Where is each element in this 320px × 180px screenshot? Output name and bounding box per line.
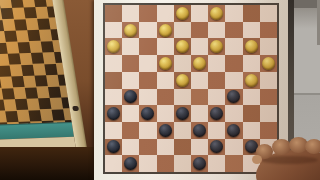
hand-knuckle [305, 139, 320, 154]
square-r3c7[interactable] [225, 55, 242, 72]
yellow-man [210, 40, 223, 53]
square-r6c6[interactable] [208, 105, 225, 122]
square-r7c2[interactable] [139, 122, 156, 139]
square-r5c5[interactable] [191, 89, 208, 106]
yellow-man [107, 40, 120, 53]
square-r5c3[interactable] [157, 89, 174, 106]
yellow-man [176, 7, 189, 20]
black-man [124, 157, 137, 170]
wooden-shelf-shadow [0, 147, 96, 180]
black-man [124, 90, 137, 103]
square-r3c5[interactable] [191, 55, 208, 72]
square-r4c6[interactable] [208, 72, 225, 89]
square-r2c1[interactable] [122, 38, 139, 55]
square-r9c1[interactable] [122, 155, 139, 172]
square-r9c0[interactable] [105, 155, 122, 172]
square-r3c8[interactable] [243, 55, 260, 72]
yellow-man [245, 74, 258, 87]
square-r0c3[interactable] [157, 5, 174, 22]
yellow-man [159, 57, 172, 70]
square-r6c5[interactable] [191, 105, 208, 122]
square-r2c8[interactable] [243, 38, 260, 55]
square-r7c3[interactable] [157, 122, 174, 139]
square-r2c0[interactable] [105, 38, 122, 55]
square-r4c5[interactable] [191, 72, 208, 89]
square-r5c2[interactable] [139, 89, 156, 106]
photo-stage [0, 0, 320, 180]
square-r4c9[interactable] [260, 72, 277, 89]
square-r2c6[interactable] [208, 38, 225, 55]
square-r2c7[interactable] [225, 38, 242, 55]
square-r5c8[interactable] [243, 89, 260, 106]
square-r3c6[interactable] [208, 55, 225, 72]
black-man [227, 90, 240, 103]
square-r6c2[interactable] [139, 105, 156, 122]
square-r2c5[interactable] [191, 38, 208, 55]
square-r2c3[interactable] [157, 38, 174, 55]
square-r4c7[interactable] [225, 72, 242, 89]
square-r4c2[interactable] [139, 72, 156, 89]
square-r3c2[interactable] [139, 55, 156, 72]
square-r1c8[interactable] [243, 22, 260, 39]
square-r8c4[interactable] [174, 139, 191, 156]
square-r4c4[interactable] [174, 72, 191, 89]
square-r7c7[interactable] [225, 122, 242, 139]
square-r9c6[interactable] [208, 155, 225, 172]
square-r0c7[interactable] [225, 5, 242, 22]
square-r5c0[interactable] [105, 89, 122, 106]
square-r2c9[interactable] [260, 38, 277, 55]
secondary-board-hinge-notch [72, 106, 79, 111]
square-r1c5[interactable] [191, 22, 208, 39]
square-r4c0[interactable] [105, 72, 122, 89]
square-r7c0[interactable] [105, 122, 122, 139]
square-r5c7[interactable] [225, 89, 242, 106]
square-r3c0[interactable] [105, 55, 122, 72]
square-r5c4[interactable] [174, 89, 191, 106]
square-r1c4[interactable] [174, 22, 191, 39]
square-r3c4[interactable] [174, 55, 191, 72]
square-r0c5[interactable] [191, 5, 208, 22]
square-r0c9[interactable] [260, 5, 277, 22]
square-r0c8[interactable] [243, 5, 260, 22]
secondary-checkers-board [0, 0, 88, 157]
square-r9c4[interactable] [174, 155, 191, 172]
square-r8c6[interactable] [208, 139, 225, 156]
hand-fingertip-highlight [252, 155, 262, 164]
square-r6c3[interactable] [157, 105, 174, 122]
square-r8c5[interactable] [191, 139, 208, 156]
yellow-man [245, 40, 258, 53]
yellow-man [193, 57, 206, 70]
square-r6c4[interactable] [174, 105, 191, 122]
square-r7c5[interactable] [191, 122, 208, 139]
square-r5c1[interactable] [122, 89, 139, 106]
square-r7c4[interactable] [174, 122, 191, 139]
square-r7c1[interactable] [122, 122, 139, 139]
square-r9c5[interactable] [191, 155, 208, 172]
yellow-man [159, 24, 172, 37]
square-r9c2[interactable] [139, 155, 156, 172]
black-man [107, 140, 120, 153]
black-man [107, 107, 120, 120]
yellow-man [210, 7, 223, 20]
black-man [210, 140, 223, 153]
square-r1c9[interactable] [260, 22, 277, 39]
square-r1c2[interactable] [139, 22, 156, 39]
square-r3c1[interactable] [122, 55, 139, 72]
square-r0c2[interactable] [139, 5, 156, 22]
square-r2c2[interactable] [139, 38, 156, 55]
yellow-man [176, 74, 189, 87]
player-hand [244, 130, 320, 180]
black-man [210, 107, 223, 120]
square-r4c3[interactable] [157, 72, 174, 89]
wall-seam-line [294, 93, 320, 95]
square-r4c1[interactable] [122, 72, 139, 89]
square-r0c0[interactable] [105, 5, 122, 22]
square-r6c1[interactable] [122, 105, 139, 122]
square-r5c6[interactable] [208, 89, 225, 106]
square-r8c0[interactable] [105, 139, 122, 156]
square-r8c7[interactable] [225, 139, 242, 156]
square-r1c3[interactable] [157, 22, 174, 39]
square-r5c9[interactable] [260, 89, 277, 106]
square-r0c1[interactable] [122, 5, 139, 22]
hand-knuckle [272, 139, 291, 155]
square-r1c7[interactable] [225, 22, 242, 39]
square-r4c8[interactable] [243, 72, 260, 89]
square-r6c0[interactable] [105, 105, 122, 122]
square-r8c2[interactable] [139, 139, 156, 156]
square-r1c0[interactable] [105, 22, 122, 39]
square-r0c4[interactable] [174, 5, 191, 22]
square-r7c6[interactable] [208, 122, 225, 139]
yellow-man [262, 57, 275, 70]
square-r1c6[interactable] [208, 22, 225, 39]
black-man [227, 124, 240, 137]
yellow-man [176, 40, 189, 53]
black-man [193, 157, 206, 170]
square-r2c4[interactable] [174, 38, 191, 55]
square-r9c3[interactable] [157, 155, 174, 172]
square-r6c7[interactable] [225, 105, 242, 122]
square-r8c3[interactable] [157, 139, 174, 156]
square-r3c3[interactable] [157, 55, 174, 72]
square-r9c7[interactable] [225, 155, 242, 172]
black-man [176, 107, 189, 120]
square-r8c1[interactable] [122, 139, 139, 156]
square-r0c6[interactable] [208, 5, 225, 22]
black-man [159, 124, 172, 137]
black-man [193, 124, 206, 137]
square-r6c9[interactable] [260, 105, 277, 122]
black-man [141, 107, 154, 120]
square-r3c9[interactable] [260, 55, 277, 72]
square-r1c1[interactable] [122, 22, 139, 39]
yellow-man [124, 24, 137, 37]
square-r6c8[interactable] [243, 105, 260, 122]
